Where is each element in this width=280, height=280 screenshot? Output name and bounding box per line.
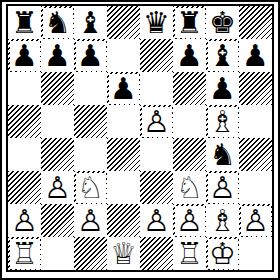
square-h3[interactable] — [239, 171, 272, 204]
square-h6[interactable] — [239, 72, 272, 105]
square-c2[interactable]: ♙ — [74, 204, 107, 237]
square-g1[interactable]: ♔ — [206, 237, 239, 270]
square-b5[interactable] — [41, 105, 74, 138]
piece-white-queen: ♕ — [109, 239, 139, 269]
square-f8[interactable]: ♜ — [173, 6, 206, 39]
piece-white-pawn: ♙ — [76, 206, 106, 236]
piece-white-knight: ♘ — [76, 173, 106, 203]
square-f3[interactable]: ♘ — [173, 171, 206, 204]
square-e7[interactable] — [140, 39, 173, 72]
square-h5[interactable] — [239, 105, 272, 138]
square-b1[interactable] — [41, 237, 74, 270]
square-g3[interactable]: ♙ — [206, 171, 239, 204]
square-d8[interactable] — [107, 6, 140, 39]
piece-white-bishop: ♗ — [208, 107, 238, 137]
piece-black-pawn: ♟ — [241, 41, 271, 71]
square-c7[interactable]: ♟ — [74, 39, 107, 72]
square-c4[interactable] — [74, 138, 107, 171]
square-e1[interactable] — [140, 237, 173, 270]
piece-black-pawn: ♟ — [109, 74, 139, 104]
square-g8[interactable]: ♚ — [206, 6, 239, 39]
piece-white-rook: ♖ — [10, 239, 40, 269]
square-a5[interactable] — [8, 105, 41, 138]
square-b4[interactable] — [41, 138, 74, 171]
square-c6[interactable] — [74, 72, 107, 105]
square-d1[interactable]: ♕ — [107, 237, 140, 270]
piece-white-pawn: ♙ — [142, 107, 172, 137]
square-f2[interactable]: ♙ — [173, 204, 206, 237]
piece-black-pawn: ♟ — [76, 41, 106, 71]
square-d2[interactable] — [107, 204, 140, 237]
piece-white-knight: ♘ — [175, 173, 205, 203]
square-h4[interactable] — [239, 138, 272, 171]
square-c3[interactable]: ♘ — [74, 171, 107, 204]
square-h8[interactable] — [239, 6, 272, 39]
square-h1[interactable] — [239, 237, 272, 270]
chess-board: ♜♞♝♛♜♚♟♟♟♟♝♟♟♟♙♗♞♙♘♘♙♙♙♙♙♗♙♖♕♖♔ — [6, 4, 274, 272]
piece-black-bishop: ♝ — [208, 41, 238, 71]
square-e4[interactable] — [140, 138, 173, 171]
square-b2[interactable] — [41, 204, 74, 237]
square-g5[interactable]: ♗ — [206, 105, 239, 138]
piece-white-pawn: ♙ — [241, 206, 271, 236]
square-d5[interactable] — [107, 105, 140, 138]
piece-black-queen: ♛ — [142, 8, 172, 38]
piece-white-pawn: ♙ — [43, 173, 73, 203]
square-e5[interactable]: ♙ — [140, 105, 173, 138]
piece-black-knight: ♞ — [43, 8, 73, 38]
square-f4[interactable] — [173, 138, 206, 171]
square-a4[interactable] — [8, 138, 41, 171]
piece-black-pawn: ♟ — [10, 41, 40, 71]
piece-white-pawn: ♙ — [175, 206, 205, 236]
square-c5[interactable] — [74, 105, 107, 138]
square-e8[interactable]: ♛ — [140, 6, 173, 39]
square-f1[interactable]: ♖ — [173, 237, 206, 270]
square-c1[interactable] — [74, 237, 107, 270]
square-g7[interactable]: ♝ — [206, 39, 239, 72]
chess-diagram: ♜♞♝♛♜♚♟♟♟♟♝♟♟♟♙♗♞♙♘♘♙♙♙♙♙♗♙♖♕♖♔ — [0, 0, 280, 280]
square-a3[interactable] — [8, 171, 41, 204]
piece-black-rook: ♜ — [175, 8, 205, 38]
square-d7[interactable] — [107, 39, 140, 72]
square-d3[interactable] — [107, 171, 140, 204]
square-b6[interactable] — [41, 72, 74, 105]
piece-white-pawn: ♙ — [142, 206, 172, 236]
square-b3[interactable]: ♙ — [41, 171, 74, 204]
square-f6[interactable] — [173, 72, 206, 105]
square-h7[interactable]: ♟ — [239, 39, 272, 72]
square-a1[interactable]: ♖ — [8, 237, 41, 270]
square-d4[interactable] — [107, 138, 140, 171]
square-a6[interactable] — [8, 72, 41, 105]
square-g6[interactable]: ♟ — [206, 72, 239, 105]
piece-white-king: ♔ — [208, 239, 238, 269]
square-f7[interactable]: ♟ — [173, 39, 206, 72]
square-e6[interactable] — [140, 72, 173, 105]
piece-black-pawn: ♟ — [43, 41, 73, 71]
square-a7[interactable]: ♟ — [8, 39, 41, 72]
piece-black-pawn: ♟ — [175, 41, 205, 71]
piece-white-rook: ♖ — [175, 239, 205, 269]
square-g2[interactable]: ♗ — [206, 204, 239, 237]
square-c8[interactable]: ♝ — [74, 6, 107, 39]
piece-black-bishop: ♝ — [76, 8, 106, 38]
square-b8[interactable]: ♞ — [41, 6, 74, 39]
square-a8[interactable]: ♜ — [8, 6, 41, 39]
square-h2[interactable]: ♙ — [239, 204, 272, 237]
square-e3[interactable] — [140, 171, 173, 204]
piece-black-pawn: ♟ — [208, 74, 238, 104]
piece-black-knight: ♞ — [208, 140, 238, 170]
square-f5[interactable] — [173, 105, 206, 138]
piece-black-rook: ♜ — [10, 8, 40, 38]
piece-white-pawn: ♙ — [10, 206, 40, 236]
piece-white-bishop: ♗ — [208, 206, 238, 236]
square-g4[interactable]: ♞ — [206, 138, 239, 171]
square-d6[interactable]: ♟ — [107, 72, 140, 105]
piece-white-pawn: ♙ — [208, 173, 238, 203]
square-b7[interactable]: ♟ — [41, 39, 74, 72]
square-e2[interactable]: ♙ — [140, 204, 173, 237]
square-a2[interactable]: ♙ — [8, 204, 41, 237]
piece-black-king: ♚ — [208, 8, 238, 38]
